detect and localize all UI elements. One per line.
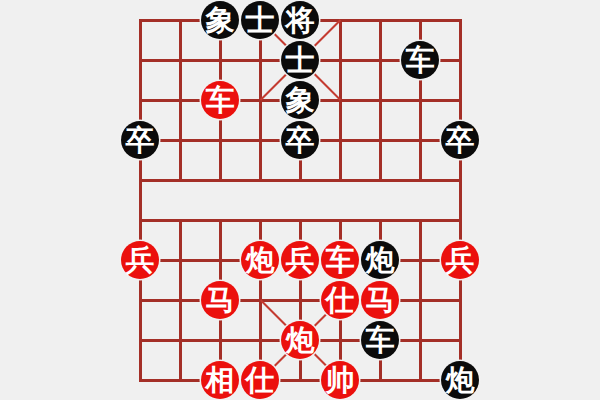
piece-red-general[interactable]: 帅 xyxy=(321,361,359,399)
marker-bracket xyxy=(167,287,176,296)
piece-black-advisor[interactable]: 士 xyxy=(281,41,319,79)
position-marker xyxy=(366,126,394,154)
marker-bracket xyxy=(384,144,393,153)
position-marker xyxy=(166,286,194,314)
grid-line-v-0 xyxy=(139,19,142,382)
marker-bracket xyxy=(424,104,433,113)
marker-bracket xyxy=(407,104,416,113)
position-marker xyxy=(406,286,434,314)
piece-black-chariot[interactable]: 车 xyxy=(401,41,439,79)
marker-bracket xyxy=(224,247,233,256)
piece-black-cannon[interactable]: 炮 xyxy=(441,361,479,399)
marker-bracket xyxy=(167,87,176,96)
marker-bracket xyxy=(424,304,433,313)
marker-bracket xyxy=(407,87,416,96)
grid-line-v-6-top xyxy=(379,19,382,182)
piece-red-cannon[interactable]: 炮 xyxy=(241,241,279,279)
marker-bracket xyxy=(367,127,376,136)
piece-black-cannon[interactable]: 炮 xyxy=(361,241,399,279)
marker-bracket xyxy=(167,304,176,313)
piece-black-soldier[interactable]: 卒 xyxy=(441,121,479,159)
piece-black-general[interactable]: 将 xyxy=(281,1,319,39)
piece-black-soldier[interactable]: 卒 xyxy=(281,121,319,159)
marker-bracket xyxy=(367,144,376,153)
piece-red-advisor[interactable]: 仕 xyxy=(241,361,279,399)
grid-line-v-8 xyxy=(459,19,462,382)
xiangqi-board[interactable]: 象士将士车车象卒卒卒兵炮兵车炮兵马仕马炮车相仕帅炮 xyxy=(0,0,600,400)
marker-bracket xyxy=(224,127,233,136)
marker-bracket xyxy=(167,104,176,113)
marker-bracket xyxy=(184,87,193,96)
marker-bracket xyxy=(407,304,416,313)
piece-red-horse[interactable]: 马 xyxy=(201,281,239,319)
position-marker xyxy=(206,126,234,154)
piece-red-chariot[interactable]: 车 xyxy=(321,241,359,279)
piece-red-elephant[interactable]: 相 xyxy=(201,361,239,399)
piece-black-advisor[interactable]: 士 xyxy=(241,1,279,39)
marker-bracket xyxy=(207,264,216,273)
marker-bracket xyxy=(207,144,216,153)
marker-bracket xyxy=(224,144,233,153)
marker-bracket xyxy=(384,127,393,136)
marker-bracket xyxy=(184,104,193,113)
piece-red-soldier[interactable]: 兵 xyxy=(281,241,319,279)
piece-red-soldier[interactable]: 兵 xyxy=(441,241,479,279)
marker-bracket xyxy=(407,287,416,296)
piece-red-soldier[interactable]: 兵 xyxy=(121,241,159,279)
marker-bracket xyxy=(224,264,233,273)
piece-black-elephant[interactable]: 象 xyxy=(201,1,239,39)
piece-black-chariot[interactable]: 车 xyxy=(361,321,399,359)
position-marker xyxy=(206,246,234,274)
marker-bracket xyxy=(424,87,433,96)
marker-bracket xyxy=(207,127,216,136)
marker-bracket xyxy=(184,287,193,296)
piece-black-soldier[interactable]: 卒 xyxy=(121,121,159,159)
position-marker xyxy=(406,86,434,114)
piece-red-cannon[interactable]: 炮 xyxy=(281,321,319,359)
piece-red-advisor[interactable]: 仕 xyxy=(321,281,359,319)
marker-bracket xyxy=(184,304,193,313)
piece-red-horse[interactable]: 马 xyxy=(361,281,399,319)
piece-black-elephant[interactable]: 象 xyxy=(281,81,319,119)
marker-bracket xyxy=(207,247,216,256)
piece-red-chariot[interactable]: 车 xyxy=(201,81,239,119)
marker-bracket xyxy=(424,287,433,296)
position-marker xyxy=(166,86,194,114)
